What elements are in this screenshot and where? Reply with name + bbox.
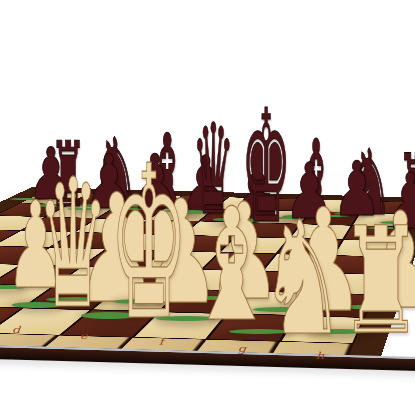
file-label-d: d: [12, 324, 21, 335]
chess-set-photo: defgh ♜♞♝♛♚♝♞♜♟♟♟♟♟♟♟♟♟♟♟♟♟♟♛♚♝♞♜: [0, 0, 415, 415]
